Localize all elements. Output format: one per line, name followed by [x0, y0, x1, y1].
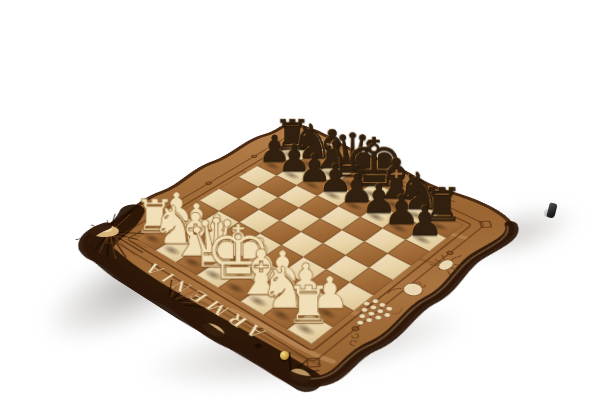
- chess-board: ARMENIA ♜♞♝♛♚♝♞♜♟♟♟♟♟♟♟♟♟♟♟♟♟♟♟♟♜♞♝♛♚♝♞♜: [58, 110, 538, 400]
- scene-3d: ARMENIA ♜♞♝♛♚♝♞♜♟♟♟♟♟♟♟♟♟♟♟♟♟♟♟♟♜♞♝♛♚♝♞♜: [0, 0, 600, 400]
- brass-knob: [280, 351, 289, 360]
- metal-clasp: [544, 203, 557, 219]
- chess-set-photo: ARMENIA ♜♞♝♛♚♝♞♜♟♟♟♟♟♟♟♟♟♟♟♟♟♟♟♟♜♞♝♛♚♝♞♜: [0, 0, 600, 400]
- clasp-hook: [546, 202, 557, 218]
- piece-black-pawn[interactable]: ♟: [392, 202, 457, 240]
- piece-white-rook[interactable]: ♜: [272, 281, 344, 330]
